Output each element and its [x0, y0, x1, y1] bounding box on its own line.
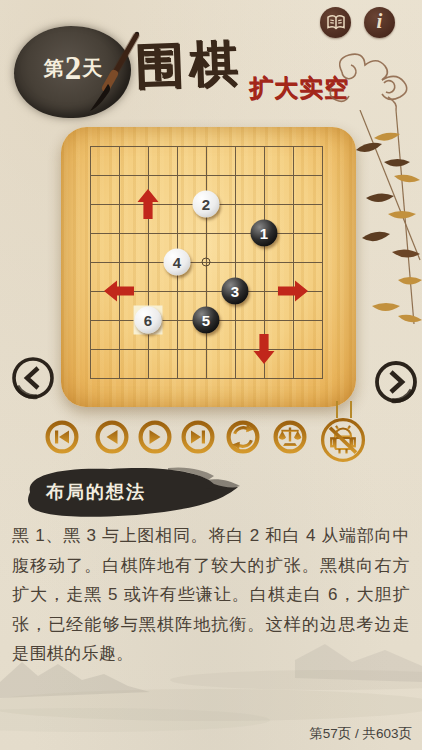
- article-text: 黑 1、黑 3 与上图相同。将白 2 和白 4 从端部向中腹移动了。白棋阵地有了…: [12, 521, 410, 669]
- bamboo-decoration: [354, 110, 422, 336]
- robot-off-icon: [319, 416, 367, 464]
- day-badge-number: 2: [65, 52, 82, 85]
- play-button[interactable]: [138, 420, 172, 458]
- go-last-button[interactable]: [181, 420, 215, 458]
- section-title: 布局的想法: [46, 480, 146, 504]
- expansion-arrow-down: [247, 332, 281, 366]
- info-icon: i: [377, 11, 383, 32]
- white-stone-6: 6: [135, 307, 162, 334]
- chevron-right-icon: [373, 359, 419, 405]
- previous-icon: [95, 420, 129, 454]
- ai-disabled-button[interactable]: [319, 416, 367, 468]
- page-indicator: 第57页 / 共603页: [309, 725, 412, 743]
- page: i 第 2 天 围棋 扩大实空: [0, 0, 422, 750]
- chevron-left-icon: [10, 355, 56, 401]
- white-stone-2: 2: [193, 191, 220, 218]
- expansion-arrow-left: [102, 274, 136, 308]
- black-stone-1: 1: [251, 220, 278, 247]
- go-first-button[interactable]: [45, 420, 79, 458]
- go-board-grid[interactable]: 123456: [90, 146, 323, 379]
- info-button[interactable]: i: [364, 7, 395, 38]
- cloud-decoration: [328, 42, 422, 112]
- next-page-button[interactable]: [373, 359, 419, 405]
- restart-button[interactable]: [226, 420, 260, 458]
- refresh-icon: [226, 420, 260, 454]
- play-icon: [138, 420, 172, 454]
- black-stone-5: 5: [193, 307, 220, 334]
- expansion-arrow-right: [276, 274, 310, 308]
- page-title: 围棋: [134, 36, 256, 94]
- previous-page-button[interactable]: [10, 355, 56, 401]
- balance-scales-icon: [273, 420, 307, 454]
- day-badge-prefix: 第: [44, 55, 64, 82]
- white-stone-4: 4: [164, 249, 191, 276]
- score-balance-button[interactable]: [273, 420, 307, 458]
- expansion-arrow-up: [131, 187, 165, 221]
- contents-book-button[interactable]: [320, 7, 351, 38]
- black-stone-3: 3: [222, 278, 249, 305]
- book-icon: [325, 12, 347, 34]
- skip-to-end-icon: [181, 420, 215, 454]
- hoshi-marker: [202, 258, 211, 267]
- step-back-button[interactable]: [95, 420, 129, 458]
- go-board[interactable]: 123456: [61, 127, 356, 407]
- skip-to-start-icon: [45, 420, 79, 454]
